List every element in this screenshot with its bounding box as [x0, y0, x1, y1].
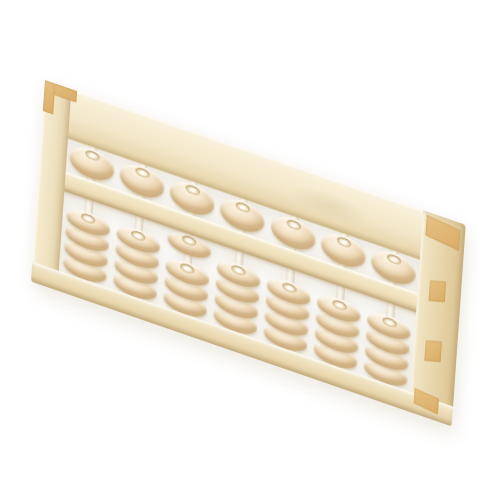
finger-joint-right-rail-lower [424, 340, 442, 362]
product-photo-background [0, 0, 500, 500]
abacus-board [31, 80, 466, 426]
finger-joint-top-left-side [43, 80, 56, 115]
finger-joint-right-rail-upper [428, 280, 446, 302]
